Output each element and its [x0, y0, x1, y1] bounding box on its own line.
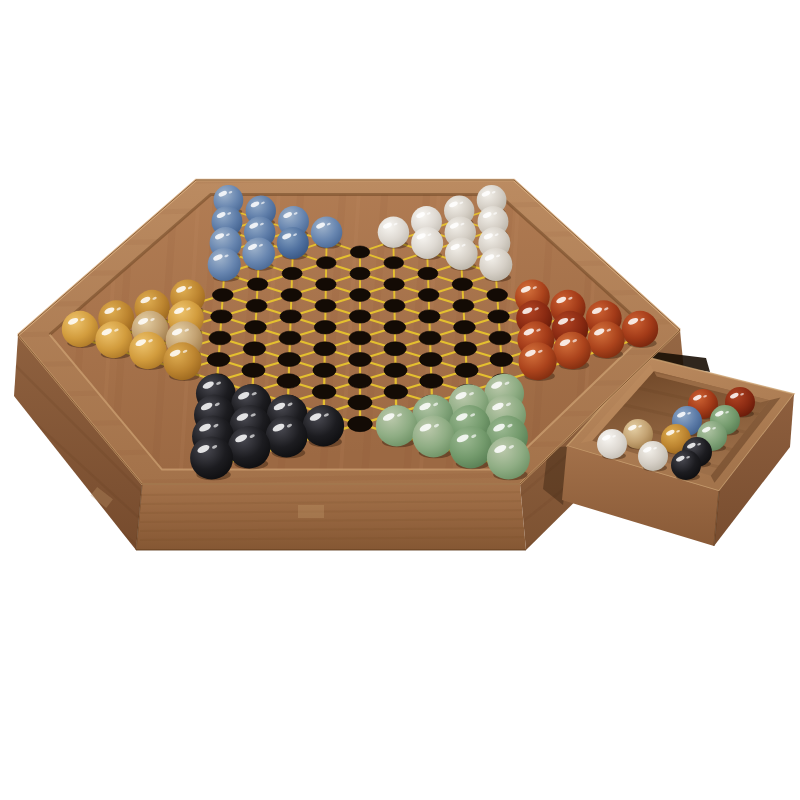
board-hole[interactable] [242, 363, 265, 377]
board-hole[interactable] [279, 331, 301, 345]
board-hole[interactable] [384, 299, 405, 312]
board-hole[interactable] [350, 246, 369, 258]
board-hole[interactable] [350, 267, 370, 279]
board-hole[interactable] [419, 352, 442, 366]
board-hole[interactable] [384, 363, 407, 377]
board-hole[interactable] [350, 289, 371, 302]
board-hole[interactable] [452, 278, 472, 291]
board-hole[interactable] [490, 352, 513, 366]
board-hole[interactable] [348, 374, 371, 388]
board-hole[interactable] [418, 289, 439, 302]
board-hole[interactable] [349, 310, 370, 323]
chinese-checkers-scene [0, 0, 800, 800]
board-hole[interactable] [243, 342, 265, 356]
board-hole[interactable] [280, 310, 301, 323]
board-hole[interactable] [384, 278, 404, 291]
board-hole[interactable] [488, 310, 509, 323]
board-hole[interactable] [316, 257, 336, 269]
board-hole[interactable] [314, 342, 336, 356]
board-hole[interactable] [278, 352, 301, 366]
board-hole[interactable] [247, 278, 267, 291]
board-hole[interactable] [312, 384, 336, 399]
board-hole[interactable] [313, 363, 336, 377]
board-hole[interactable] [349, 331, 371, 345]
board-hole[interactable] [384, 257, 404, 269]
board-hole[interactable] [419, 310, 440, 323]
board-hole[interactable] [212, 289, 233, 302]
board-hole[interactable] [245, 321, 267, 334]
board-hole[interactable] [207, 352, 230, 366]
board-hole[interactable] [420, 374, 443, 388]
board-hole[interactable] [277, 374, 300, 388]
board-hole[interactable] [314, 321, 336, 334]
board-hole[interactable] [454, 342, 476, 356]
product-photo-stage [0, 0, 800, 800]
board-hole[interactable] [453, 299, 474, 312]
finger-joint-mark [298, 505, 324, 518]
board-hole[interactable] [455, 363, 478, 377]
board-hole[interactable] [281, 289, 302, 302]
board-hole[interactable] [419, 331, 441, 345]
board-hole[interactable] [348, 416, 373, 431]
board-hole[interactable] [209, 331, 231, 345]
board-hole[interactable] [384, 342, 406, 356]
board-hole[interactable] [489, 331, 511, 345]
board-hole[interactable] [349, 352, 372, 366]
board-hole[interactable] [384, 321, 406, 334]
board-hole[interactable] [316, 278, 336, 291]
board-hole[interactable] [348, 395, 372, 410]
board-hole[interactable] [282, 267, 302, 279]
board-hole[interactable] [246, 299, 267, 312]
board-hole[interactable] [487, 289, 508, 302]
board-hole[interactable] [418, 267, 438, 279]
board-hole[interactable] [384, 384, 408, 399]
board-hole[interactable] [211, 310, 232, 323]
board-hole[interactable] [315, 299, 336, 312]
board-hole[interactable] [454, 321, 476, 334]
